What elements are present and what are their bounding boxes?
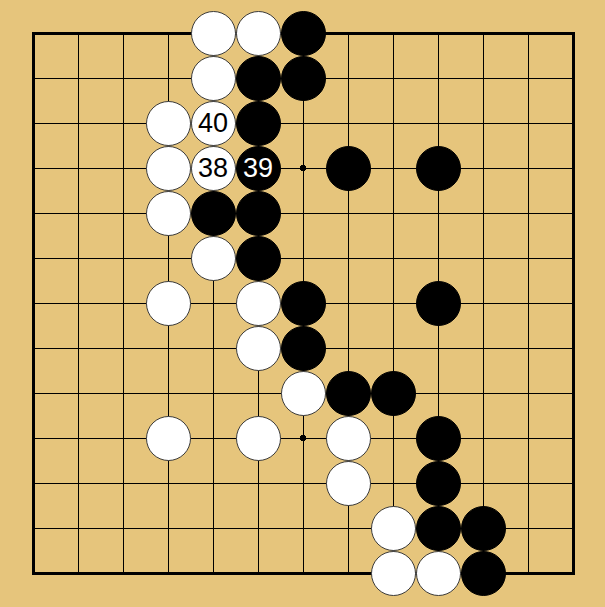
white-stone — [371, 506, 416, 551]
black-stone — [281, 326, 326, 371]
black-stone — [236, 236, 281, 281]
white-stone — [371, 551, 416, 596]
black-stone — [236, 101, 281, 146]
black-stone — [461, 506, 506, 551]
white-stone — [191, 11, 236, 56]
black-stone — [326, 146, 371, 191]
white-stone — [146, 281, 191, 326]
white-stone — [236, 326, 281, 371]
white-stone — [191, 56, 236, 101]
black-stone — [326, 371, 371, 416]
white-stone — [326, 461, 371, 506]
black-stone — [281, 56, 326, 101]
black-stone — [236, 191, 281, 236]
white-stone-move-40: 40 — [191, 101, 236, 146]
black-stone — [191, 191, 236, 236]
black-stone — [416, 416, 461, 461]
white-stone-move-38: 38 — [191, 146, 236, 191]
black-stone — [416, 506, 461, 551]
black-stone — [461, 551, 506, 596]
white-stone — [416, 551, 461, 596]
black-stone — [281, 11, 326, 56]
white-stone — [236, 281, 281, 326]
white-stone — [146, 101, 191, 146]
black-stone — [371, 371, 416, 416]
black-stone — [281, 281, 326, 326]
stones-layer: 403839 — [11, 11, 596, 596]
black-stone-move-39: 39 — [236, 146, 281, 191]
black-stone — [416, 281, 461, 326]
black-stone — [236, 56, 281, 101]
black-stone — [416, 146, 461, 191]
white-stone — [191, 236, 236, 281]
go-board[interactable]: 403839 — [0, 0, 605, 607]
white-stone — [326, 416, 371, 461]
black-stone — [416, 461, 461, 506]
white-stone — [146, 416, 191, 461]
white-stone — [146, 146, 191, 191]
white-stone — [236, 416, 281, 461]
white-stone — [281, 371, 326, 416]
white-stone — [236, 11, 281, 56]
white-stone — [146, 191, 191, 236]
